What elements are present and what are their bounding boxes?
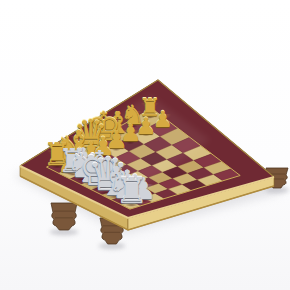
product-photo: ♜♜♞♞♟♟♝♝♟♟♚♚♟♟♛♛♟♟♝♝♟♟♞♞♟♟♜♜♟♟♟♟♟♟♜♜♟♟♞♞… — [0, 0, 290, 290]
pieces-layer: ♜♜♞♞♟♟♝♝♟♟♚♚♟♟♛♛♟♟♝♝♟♟♞♞♟♟♜♜♟♟♟♟♟♟♜♜♟♟♞♞… — [0, 0, 290, 290]
piece-silver-rook-a8: ♜ — [115, 172, 148, 208]
